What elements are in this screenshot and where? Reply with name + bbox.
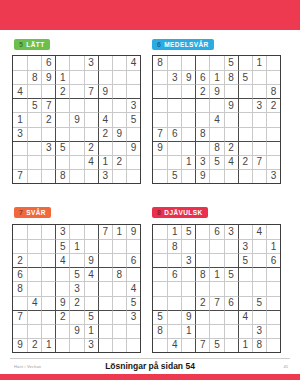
sudoku-cell-r2c1 [13,70,27,84]
sudoku-cell-r8c8: 2 [112,155,126,169]
sudoku-cell-r4c8: 3 [252,98,266,112]
sudoku-cell-r5c4 [55,112,69,126]
sudoku-cell-r7c6: 2 [84,141,98,155]
sudoku-cell-r4c4 [195,98,209,112]
sudoku-cell-r2c5: 1 [209,70,223,84]
sudoku-cell-r7c4 [195,310,209,324]
sudoku-cell-r1c1: 8 [153,56,167,70]
difficulty-number: 5 [19,41,23,48]
sudoku-cell-r5c2 [167,112,181,126]
sudoku-cell-r3c3 [181,84,195,98]
sudoku-cell-r8c6: 4 [224,155,238,169]
sudoku-cell-r3c3 [41,253,55,267]
sudoku-cell-r5c6 [84,281,98,295]
sudoku-cell-r8c1 [13,155,27,169]
sudoku-cell-r8c5: 9 [69,324,83,338]
sudoku-cell-r8c8: 3 [252,324,266,338]
sudoku-cell-r7c7 [238,141,252,155]
sudoku-grid-medelsvar: 8513961852989324768982135427593 [152,55,281,184]
difficulty-badge-medelsvar: 6 MEDELSVÅR [152,39,214,50]
sudoku-cell-r1c8: 4 [252,225,266,239]
sudoku-cell-r9c6 [84,169,98,183]
sudoku-cell-r8c7: 2 [238,155,252,169]
sudoku-cell-r7c9: 9 [126,141,140,155]
sudoku-cell-r9c9: 3 [266,169,280,183]
sudoku-cell-r6c8 [112,296,126,310]
sudoku-cell-r8c3: 1 [181,324,195,338]
sudoku-cell-r3c3 [41,84,55,98]
sudoku-cell-r2c2 [27,239,41,253]
difficulty-label: DJÄVULSK [164,209,202,216]
sudoku-cell-r4c6: 5 [224,267,238,281]
sudoku-cell-r2c1 [153,239,167,253]
sudoku-cell-r4c8 [252,267,266,281]
sudoku-cell-r6c3 [181,296,195,310]
sudoku-cell-r1c3 [41,225,55,239]
sudoku-cell-r2c4: 5 [55,239,69,253]
sudoku-cell-r6c3 [181,127,195,141]
sudoku-cell-r4c8 [112,98,126,112]
sudoku-cell-r6c3 [41,296,55,310]
sudoku-cell-r1c5 [69,225,83,239]
sudoku-cell-r7c9: 3 [126,310,140,324]
sudoku-cell-r4c8: 8 [112,267,126,281]
sudoku-cell-r8c9 [266,324,280,338]
sudoku-cell-r7c6: 5 [84,310,98,324]
sudoku-cell-r8c9 [126,155,140,169]
sudoku-cell-r1c9 [266,225,280,239]
sudoku-cell-r5c3 [41,281,55,295]
sudoku-cell-r7c4: 2 [55,310,69,324]
sudoku-cell-r9c2: 5 [167,169,181,183]
sudoku-cell-r3c7: 5 [238,253,252,267]
sudoku-cell-r3c6: 7 [84,84,98,98]
sudoku-cell-r7c7: 4 [238,310,252,324]
sudoku-cell-r1c3 [181,56,195,70]
sudoku-cell-r6c1 [13,296,27,310]
sudoku-cell-r5c1 [153,281,167,295]
sudoku-cell-r6c5: 7 [209,296,223,310]
sudoku-cell-r7c5 [69,310,83,324]
sudoku-cell-r6c7 [238,127,252,141]
sudoku-cell-r5c2 [27,112,41,126]
sudoku-cell-r6c5 [209,127,223,141]
sudoku-cell-r9c8 [112,169,126,183]
sudoku-cell-r4c1 [13,98,27,112]
sudoku-cell-r5c7 [238,112,252,126]
sudoku-cell-r2c1 [13,239,27,253]
sudoku-cell-r6c8 [252,127,266,141]
difficulty-number: 8 [157,209,161,216]
sudoku-cell-r9c8 [252,169,266,183]
sudoku-cell-r3c7 [238,84,252,98]
sudoku-cell-r8c7 [238,324,252,338]
sudoku-cell-r9c8: 8 [252,338,266,352]
sudoku-cell-r2c3: 9 [181,70,195,84]
sudoku-cell-r2c9: 1 [266,239,280,253]
sudoku-cell-r7c9 [266,141,280,155]
sudoku-cell-r7c1: 9 [153,141,167,155]
sudoku-cell-r5c1: 8 [13,281,27,295]
sudoku-cell-r6c9 [266,127,280,141]
sudoku-cell-r7c7 [98,310,112,324]
sudoku-cell-r9c3 [181,169,195,183]
sudoku-cell-r5c6 [224,281,238,295]
sudoku-cell-r8c1: 8 [153,324,167,338]
sudoku-cell-r4c1 [153,267,167,281]
sudoku-cell-r6c4: 2 [195,296,209,310]
sudoku-cell-r6c7 [238,296,252,310]
sudoku-cell-r1c6: 3 [224,225,238,239]
sudoku-cell-r2c3 [181,239,195,253]
sudoku-cell-r1c2 [27,225,41,239]
sudoku-cell-r2c8 [252,70,266,84]
sudoku-cell-r8c2 [27,324,41,338]
sudoku-cell-r6c1: 3 [13,127,27,141]
sudoku-cell-r9c9 [266,338,280,352]
difficulty-badge-latt: 5 LÄTT [14,39,50,50]
sudoku-cell-r7c2 [167,141,181,155]
sudoku-cell-r9c5 [69,338,83,352]
sudoku-cell-r7c5 [69,141,83,155]
sudoku-cell-r8c3 [41,324,55,338]
sudoku-cell-r2c8 [112,239,126,253]
difficulty-label: LÄTT [26,41,44,48]
sudoku-cell-r2c2: 3 [167,70,181,84]
sudoku-cell-r4c7 [238,98,252,112]
sudoku-cell-r5c9 [266,281,280,295]
sudoku-cell-r2c9 [126,70,140,84]
sudoku-cell-r8c5 [209,324,223,338]
sudoku-cell-r3c5 [209,253,223,267]
sudoku-cell-r3c8 [252,253,266,267]
sudoku-cell-r4c9: 3 [126,98,140,112]
sudoku-cell-r3c4: 4 [55,253,69,267]
sudoku-cell-r1c7 [238,225,252,239]
sudoku-cell-r1c4 [55,56,69,70]
sudoku-cell-r6c5 [69,127,83,141]
sudoku-cell-r4c7 [98,267,112,281]
sudoku-cell-r1c3: 5 [181,225,195,239]
sudoku-cell-r4c4 [55,267,69,281]
sudoku-cell-r5c2 [167,281,181,295]
sudoku-cell-r1c2: 1 [167,225,181,239]
sudoku-cell-r5c7 [98,281,112,295]
sudoku-cell-r7c6 [224,310,238,324]
sudoku-cell-r9c1: 9 [13,338,27,352]
sudoku-cell-r1c2 [27,56,41,70]
sudoku-cell-r3c6 [224,253,238,267]
sudoku-cell-r4c4: 8 [195,267,209,281]
sudoku-cell-r6c4 [55,127,69,141]
sudoku-cell-r5c5: 4 [209,112,223,126]
sudoku-cell-r7c5 [209,310,223,324]
sudoku-cell-r3c2 [167,253,181,267]
sudoku-cell-r6c9: 5 [126,296,140,310]
sudoku-cell-r2c6 [84,70,98,84]
sudoku-cell-r7c8 [252,141,266,155]
sudoku-cell-r2c4: 6 [195,70,209,84]
top-banner [0,0,300,30]
sudoku-cell-r3c9 [126,84,140,98]
sudoku-cell-r1c1 [13,225,27,239]
sudoku-cell-r8c3: 1 [181,155,195,169]
sudoku-cell-r8c6 [224,324,238,338]
sudoku-cell-r6c4: 8 [195,127,209,141]
sudoku-cell-r8c8: 7 [252,155,266,169]
sudoku-cell-r3c8 [112,84,126,98]
sudoku-cell-r2c3: 9 [41,70,55,84]
sudoku-cell-r4c3 [181,98,195,112]
sudoku-cell-r3c5: 9 [209,84,223,98]
sudoku-cell-r9c3 [181,338,195,352]
sudoku-cell-r5c8 [252,112,266,126]
sudoku-cell-r4c6 [84,98,98,112]
sudoku-cell-r2c9 [266,70,280,84]
sudoku-cell-r4c1: 6 [13,267,27,281]
sudoku-cell-r3c5 [69,84,83,98]
sudoku-cell-r8c5: 5 [209,155,223,169]
sudoku-cell-r7c3 [41,310,55,324]
sudoku-cell-r9c7 [238,169,252,183]
sudoku-cell-r9c6 [224,169,238,183]
sudoku-cell-r5c9 [266,112,280,126]
sudoku-cell-r5c4 [195,281,209,295]
sudoku-cell-r7c5: 8 [209,141,223,155]
sudoku-cell-r9c2 [27,169,41,183]
sudoku-cell-r2c5: 1 [69,239,83,253]
sudoku-cell-r4c5 [69,98,83,112]
sudoku-cell-r5c7: 4 [98,112,112,126]
sudoku-cell-r3c8 [252,84,266,98]
sudoku-cell-r6c7 [98,296,112,310]
sudoku-cell-r9c9 [126,338,140,352]
sudoku-cell-r2c6 [224,239,238,253]
sudoku-cell-r4c3 [41,267,55,281]
sudoku-cell-r7c8 [112,310,126,324]
sudoku-cell-r5c3: 2 [41,112,55,126]
sudoku-cell-r7c7 [98,141,112,155]
sudoku-cell-r8c4 [55,155,69,169]
sudoku-cell-r1c7 [238,56,252,70]
sudoku-cell-r9c3 [41,169,55,183]
sudoku-cell-r3c2 [167,84,181,98]
sudoku-cell-r8c6: 4 [84,155,98,169]
sudoku-cell-r1c9: 4 [126,56,140,70]
sudoku-cell-r6c7: 2 [98,127,112,141]
sudoku-cell-r6c3 [41,127,55,141]
sudoku-cell-r9c7: 3 [98,169,112,183]
sudoku-cell-r9c4: 7 [195,338,209,352]
sudoku-cell-r1c9 [266,56,280,70]
sudoku-cell-r4c2 [27,267,41,281]
sudoku-cell-r5c5 [209,281,223,295]
sudoku-cell-r8c4: 3 [195,155,209,169]
page-number: 45 [284,364,288,369]
sudoku-cell-r2c8 [252,239,266,253]
sudoku-cell-r3c7: 9 [98,84,112,98]
sudoku-cell-r2c6 [84,239,98,253]
sudoku-cell-r8c5 [69,155,83,169]
sudoku-cell-r3c4 [195,253,209,267]
sudoku-cell-r8c9 [266,155,280,169]
sudoku-cell-r8c2 [167,155,181,169]
sudoku-cell-r4c6: 4 [84,267,98,281]
sudoku-cell-r9c7 [98,338,112,352]
sudoku-cell-r3c2 [27,253,41,267]
sudoku-cell-r9c7: 1 [238,338,252,352]
sudoku-cell-r1c3: 6 [41,56,55,70]
sudoku-cell-r8c4 [55,324,69,338]
sudoku-cell-r1c4 [195,56,209,70]
sudoku-grid-djavulsk: 156348313566815276559481347518 [152,224,281,353]
sudoku-cell-r3c2 [27,84,41,98]
sudoku-cell-r4c9 [266,267,280,281]
difficulty-label: MEDELSVÅR [164,41,208,48]
sudoku-cell-r9c4: 9 [195,169,209,183]
sudoku-cell-r1c6: 3 [84,56,98,70]
sudoku-cell-r9c5 [69,169,83,183]
sudoku-cell-r7c3: 9 [181,310,195,324]
sudoku-cell-r3c5 [69,253,83,267]
sudoku-cell-r1c4: 3 [55,225,69,239]
sudoku-cell-r3c1 [153,84,167,98]
sudoku-cell-r1c8 [112,56,126,70]
sudoku-cell-r5c1 [153,112,167,126]
sudoku-cell-r2c4 [195,239,209,253]
sudoku-cell-r8c1 [153,155,167,169]
sudoku-cell-r1c6: 5 [224,56,238,70]
sudoku-cell-r7c3 [181,141,195,155]
sudoku-cell-r8c3 [41,155,55,169]
sudoku-cell-r6c6: 6 [224,296,238,310]
sudoku-cell-r2c1 [153,70,167,84]
sudoku-cell-r6c1 [153,296,167,310]
sudoku-cell-r5c3 [181,281,195,295]
sudoku-cell-r1c5 [209,56,223,70]
sudoku-cell-r2c3 [41,239,55,253]
sudoku-cell-r3c4: 2 [55,84,69,98]
sudoku-cell-r8c9 [126,324,140,338]
sudoku-cell-r2c7 [98,239,112,253]
sudoku-cell-r9c2: 2 [27,338,41,352]
sudoku-cell-r3c4: 2 [195,84,209,98]
footer-divider [10,358,290,359]
sudoku-cell-r2c5 [69,70,83,84]
difficulty-badge-svar: 7 SVÅR [14,207,51,218]
sudoku-cell-r6c4: 9 [55,296,69,310]
sudoku-cell-r7c4: 5 [55,141,69,155]
solutions-note: Lösningar på sidan 54 [0,361,300,371]
sudoku-cell-r5c8 [112,112,126,126]
sudoku-cell-r4c7 [98,98,112,112]
sudoku-cell-r4c1 [153,98,167,112]
sudoku-cell-r9c6: 3 [84,338,98,352]
sudoku-cell-r4c5 [209,98,223,112]
sudoku-cell-r7c4 [195,141,209,155]
sudoku-cell-r5c1: 1 [13,112,27,126]
sudoku-cell-r2c7: 3 [238,239,252,253]
sudoku-cell-r6c6 [224,127,238,141]
sudoku-cell-r9c5: 5 [209,338,223,352]
sudoku-cell-r6c2: 6 [167,127,181,141]
sudoku-cell-r2c5 [209,239,223,253]
sudoku-cell-r6c1: 7 [153,127,167,141]
difficulty-number: 7 [19,209,23,216]
sudoku-cell-r1c7 [98,56,112,70]
sudoku-cell-r7c2 [27,310,41,324]
sudoku-cell-r6c9 [266,296,280,310]
sudoku-cell-r1c6 [84,225,98,239]
sudoku-cell-r4c7 [238,267,252,281]
sudoku-cell-r9c1 [153,338,167,352]
sudoku-cell-r9c5 [209,169,223,183]
sudoku-cell-r6c6 [84,127,98,141]
sudoku-cell-r3c8 [112,253,126,267]
sudoku-cell-r2c7: 5 [238,70,252,84]
sudoku-cell-r4c3: 7 [41,98,55,112]
sudoku-cell-r1c1 [13,56,27,70]
sudoku-cell-r3c3: 3 [181,253,195,267]
sudoku-cell-r3c6: 9 [84,253,98,267]
sudoku-cell-r3c1: 2 [13,253,27,267]
sudoku-cell-r1c7: 7 [98,225,112,239]
sudoku-cell-r7c9 [266,310,280,324]
sudoku-cell-r1c4 [195,225,209,239]
sudoku-cell-r3c6 [224,84,238,98]
sudoku-cell-r9c1: 7 [13,169,27,183]
sudoku-cell-r4c5: 5 [69,267,83,281]
sudoku-cell-r3c9: 6 [266,253,280,267]
bottom-banner [0,374,300,380]
difficulty-label: SVÅR [26,209,46,216]
sudoku-cell-r9c2: 4 [167,338,181,352]
sudoku-cell-r1c1 [153,225,167,239]
sudoku-cell-r1c8: 1 [252,56,266,70]
sudoku-cell-r9c9 [126,169,140,183]
sudoku-cell-r7c2 [27,141,41,155]
sudoku-cell-r2c2: 8 [167,239,181,253]
sudoku-cell-r3c1 [153,253,167,267]
sudoku-cell-r1c9: 9 [126,225,140,239]
sudoku-cell-r9c1 [153,169,167,183]
difficulty-number: 6 [157,41,161,48]
sudoku-cell-r9c8 [112,338,126,352]
sudoku-cell-r4c4 [55,98,69,112]
difficulty-badge-djavulsk: 8 DJÄVULSK [152,207,208,218]
sudoku-cell-r7c6: 2 [224,141,238,155]
sudoku-cell-r6c8: 5 [252,296,266,310]
sudoku-cell-r1c8: 1 [112,225,126,239]
sudoku-cell-r5c2 [27,281,41,295]
sudoku-cell-r9c4 [55,338,69,352]
sudoku-cell-r1c5 [69,56,83,70]
sudoku-cell-r5c8 [112,281,126,295]
sudoku-cell-r2c8 [112,70,126,84]
sudoku-cell-r5c4 [195,112,209,126]
sudoku-cell-r5c3 [181,112,195,126]
sudoku-cell-r6c8: 9 [112,127,126,141]
sudoku-cell-r3c9: 8 [266,84,280,98]
sudoku-cell-r5c7 [238,281,252,295]
sudoku-cell-r7c1: 7 [13,310,27,324]
sudoku-cell-r4c2: 5 [27,98,41,112]
sudoku-cell-r5c5: 3 [69,281,83,295]
sudoku-cell-r6c9 [126,127,140,141]
sudoku-cell-r9c3: 1 [41,338,55,352]
sudoku-cell-r3c7 [98,253,112,267]
sudoku-cell-r8c2 [167,324,181,338]
